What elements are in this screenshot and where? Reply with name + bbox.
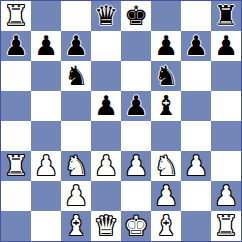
square-d4[interactable] (91, 121, 121, 151)
black-pawn-icon: ♟ (214, 32, 238, 59)
square-c4[interactable] (61, 121, 91, 151)
square-a2[interactable] (1, 181, 31, 211)
black-bishop-icon: ♝ (154, 92, 178, 119)
square-g8[interactable] (181, 1, 211, 31)
square-d2[interactable] (91, 181, 121, 211)
white-bishop-icon: ♝ (64, 212, 88, 239)
square-e1[interactable]: ♚ (121, 211, 151, 241)
square-b3[interactable]: ♟ (31, 151, 61, 181)
square-f3[interactable]: ♞ (151, 151, 181, 181)
square-c7[interactable]: ♟ (61, 31, 91, 61)
square-h7[interactable]: ♟ (211, 31, 241, 61)
square-e6[interactable] (121, 61, 151, 91)
square-a5[interactable] (1, 91, 31, 121)
square-f2[interactable]: ♟ (151, 181, 181, 211)
black-knight-icon: ♞ (154, 62, 178, 89)
square-g5[interactable] (181, 91, 211, 121)
white-pawn-icon: ♟ (214, 182, 238, 209)
chess-board: ♜♛♚♜♟♟♟♟♟♟♞♞♟♟♝♜♟♞♟♟♞♟♟♟♟♝♛♚♝♜ (0, 0, 242, 242)
square-a4[interactable] (1, 121, 31, 151)
square-h3[interactable] (211, 151, 241, 181)
white-pawn-icon: ♟ (34, 152, 58, 179)
square-f4[interactable] (151, 121, 181, 151)
square-g1[interactable] (181, 211, 211, 241)
square-d3[interactable]: ♟ (91, 151, 121, 181)
square-c6[interactable]: ♞ (61, 61, 91, 91)
white-rook-icon: ♜ (4, 2, 28, 29)
square-c5[interactable] (61, 91, 91, 121)
square-a8[interactable]: ♜ (1, 1, 31, 31)
black-pawn-icon: ♟ (184, 32, 208, 59)
square-b6[interactable] (31, 61, 61, 91)
black-king-icon: ♚ (124, 2, 148, 29)
square-c1[interactable]: ♝ (61, 211, 91, 241)
black-pawn-icon: ♟ (124, 92, 148, 119)
square-g3[interactable]: ♟ (181, 151, 211, 181)
square-g6[interactable] (181, 61, 211, 91)
square-b2[interactable] (31, 181, 61, 211)
white-pawn-icon: ♟ (94, 152, 118, 179)
square-h6[interactable] (211, 61, 241, 91)
square-c8[interactable] (61, 1, 91, 31)
square-a1[interactable] (1, 211, 31, 241)
square-a7[interactable]: ♟ (1, 31, 31, 61)
white-rook-icon: ♜ (4, 152, 28, 179)
square-f7[interactable]: ♟ (151, 31, 181, 61)
square-d7[interactable] (91, 31, 121, 61)
square-f8[interactable] (151, 1, 181, 31)
square-h5[interactable] (211, 91, 241, 121)
square-d5[interactable]: ♟ (91, 91, 121, 121)
square-e7[interactable] (121, 31, 151, 61)
white-rook-icon: ♜ (214, 212, 238, 239)
square-d1[interactable]: ♛ (91, 211, 121, 241)
white-king-icon: ♚ (124, 212, 148, 239)
square-d6[interactable] (91, 61, 121, 91)
square-b8[interactable] (31, 1, 61, 31)
square-a6[interactable] (1, 61, 31, 91)
black-pawn-icon: ♟ (64, 32, 88, 59)
black-pawn-icon: ♟ (94, 92, 118, 119)
square-f1[interactable]: ♝ (151, 211, 181, 241)
square-e2[interactable] (121, 181, 151, 211)
square-b7[interactable]: ♟ (31, 31, 61, 61)
square-g7[interactable]: ♟ (181, 31, 211, 61)
black-pawn-icon: ♟ (34, 32, 58, 59)
square-c3[interactable]: ♞ (61, 151, 91, 181)
square-f5[interactable]: ♝ (151, 91, 181, 121)
black-rook-icon: ♜ (214, 2, 238, 29)
square-g4[interactable] (181, 121, 211, 151)
white-knight-icon: ♞ (64, 152, 88, 179)
square-g2[interactable] (181, 181, 211, 211)
black-queen-icon: ♛ (94, 2, 118, 29)
square-a3[interactable]: ♜ (1, 151, 31, 181)
square-h1[interactable]: ♜ (211, 211, 241, 241)
black-pawn-icon: ♟ (154, 32, 178, 59)
square-c2[interactable]: ♟ (61, 181, 91, 211)
black-knight-icon: ♞ (64, 62, 88, 89)
square-d8[interactable]: ♛ (91, 1, 121, 31)
square-b4[interactable] (31, 121, 61, 151)
square-b5[interactable] (31, 91, 61, 121)
white-pawn-icon: ♟ (154, 182, 178, 209)
square-h4[interactable] (211, 121, 241, 151)
square-e5[interactable]: ♟ (121, 91, 151, 121)
square-e3[interactable]: ♟ (121, 151, 151, 181)
white-pawn-icon: ♟ (124, 152, 148, 179)
square-h8[interactable]: ♜ (211, 1, 241, 31)
square-e4[interactable] (121, 121, 151, 151)
square-h2[interactable]: ♟ (211, 181, 241, 211)
white-bishop-icon: ♝ (154, 212, 178, 239)
black-pawn-icon: ♟ (4, 32, 28, 59)
white-knight-icon: ♞ (154, 152, 178, 179)
white-queen-icon: ♛ (94, 212, 118, 239)
white-pawn-icon: ♟ (184, 152, 208, 179)
square-e8[interactable]: ♚ (121, 1, 151, 31)
white-pawn-icon: ♟ (64, 182, 88, 209)
square-f6[interactable]: ♞ (151, 61, 181, 91)
square-b1[interactable] (31, 211, 61, 241)
